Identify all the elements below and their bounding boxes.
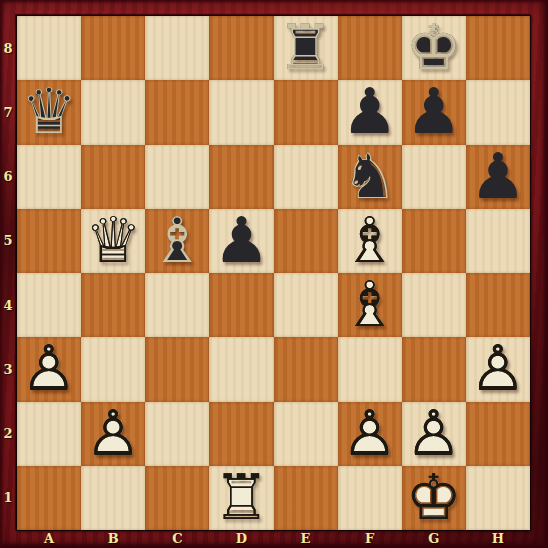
file-label-f: F bbox=[338, 530, 402, 547]
piece-white-pawn[interactable]: ♟♙ bbox=[466, 337, 530, 401]
square-f7[interactable]: ♟ bbox=[338, 80, 402, 144]
file-label-c: C bbox=[145, 530, 209, 547]
piece-black-bishop[interactable]: ♝♗ bbox=[145, 209, 209, 273]
rank-labels: 87654321 bbox=[0, 16, 16, 530]
square-d3[interactable] bbox=[209, 337, 273, 401]
piece-white-pawn[interactable]: ♟♙ bbox=[81, 402, 145, 466]
rank-label-7: 7 bbox=[0, 80, 16, 144]
white-pawn-outline-glyph: ♙ bbox=[406, 402, 462, 466]
square-c3[interactable] bbox=[145, 337, 209, 401]
black-pawn-glyph: ♟ bbox=[213, 209, 269, 273]
piece-black-pawn[interactable]: ♟ bbox=[466, 145, 530, 209]
square-h3[interactable]: ♟♙ bbox=[466, 337, 530, 401]
square-b7[interactable] bbox=[81, 80, 145, 144]
rank-label-5: 5 bbox=[0, 209, 16, 273]
square-h5[interactable] bbox=[466, 209, 530, 273]
file-label-d: D bbox=[209, 530, 273, 547]
square-e5[interactable] bbox=[274, 209, 338, 273]
piece-white-pawn[interactable]: ♟♙ bbox=[17, 337, 81, 401]
black-pawn-glyph: ♟ bbox=[406, 80, 462, 144]
black-queen-outline-glyph: ♕ bbox=[21, 80, 77, 144]
board-grid: ♜♖♚♔♛♕♟♟♞♘♟♛♕♝♗♟♝♗♝♗♟♙♟♙♟♙♟♙♟♙♜♖♚♔ bbox=[16, 15, 531, 531]
piece-black-pawn[interactable]: ♟ bbox=[402, 80, 466, 144]
square-d1[interactable]: ♜♖ bbox=[209, 466, 273, 530]
file-label-g: G bbox=[402, 530, 466, 547]
square-a5[interactable] bbox=[17, 209, 81, 273]
rank-label-8: 8 bbox=[0, 16, 16, 80]
square-e7[interactable] bbox=[274, 80, 338, 144]
square-c6[interactable] bbox=[145, 145, 209, 209]
square-h6[interactable]: ♟ bbox=[466, 145, 530, 209]
white-rook-outline-glyph: ♖ bbox=[213, 466, 269, 530]
square-a2[interactable] bbox=[17, 402, 81, 466]
square-d4[interactable] bbox=[209, 273, 273, 337]
square-d5[interactable]: ♟ bbox=[209, 209, 273, 273]
piece-black-knight[interactable]: ♞♘ bbox=[338, 145, 402, 209]
black-king-outline-glyph: ♔ bbox=[406, 16, 462, 80]
black-bishop-outline-glyph: ♗ bbox=[149, 209, 205, 273]
piece-white-pawn[interactable]: ♟♙ bbox=[402, 402, 466, 466]
square-f8[interactable] bbox=[338, 16, 402, 80]
rank-label-2: 2 bbox=[0, 402, 16, 466]
square-c8[interactable] bbox=[145, 16, 209, 80]
square-g8[interactable]: ♚♔ bbox=[402, 16, 466, 80]
white-king-outline-glyph: ♔ bbox=[406, 466, 462, 530]
square-b1[interactable] bbox=[81, 466, 145, 530]
square-d8[interactable] bbox=[209, 16, 273, 80]
square-d6[interactable] bbox=[209, 145, 273, 209]
square-b5[interactable]: ♛♕ bbox=[81, 209, 145, 273]
file-label-b: B bbox=[81, 530, 145, 547]
square-c5[interactable]: ♝♗ bbox=[145, 209, 209, 273]
square-h2[interactable] bbox=[466, 402, 530, 466]
square-a4[interactable] bbox=[17, 273, 81, 337]
white-bishop-outline-glyph: ♗ bbox=[341, 273, 397, 337]
white-bishop-outline-glyph: ♗ bbox=[341, 209, 397, 273]
piece-black-rook[interactable]: ♜♖ bbox=[274, 16, 338, 80]
chessboard-window: ♜♖♚♔♛♕♟♟♞♘♟♛♕♝♗♟♝♗♝♗♟♙♟♙♟♙♟♙♟♙♜♖♚♔ 87654… bbox=[0, 0, 548, 548]
piece-black-pawn[interactable]: ♟ bbox=[338, 80, 402, 144]
square-g2[interactable]: ♟♙ bbox=[402, 402, 466, 466]
square-c1[interactable] bbox=[145, 466, 209, 530]
rank-label-4: 4 bbox=[0, 273, 16, 337]
square-f4[interactable]: ♝♗ bbox=[338, 273, 402, 337]
piece-black-king[interactable]: ♚♔ bbox=[402, 16, 466, 80]
square-b2[interactable]: ♟♙ bbox=[81, 402, 145, 466]
square-b6[interactable] bbox=[81, 145, 145, 209]
square-c7[interactable] bbox=[145, 80, 209, 144]
square-c2[interactable] bbox=[145, 402, 209, 466]
piece-white-pawn[interactable]: ♟♙ bbox=[338, 402, 402, 466]
file-label-h: H bbox=[466, 530, 530, 547]
square-b4[interactable] bbox=[81, 273, 145, 337]
square-g3[interactable] bbox=[402, 337, 466, 401]
piece-black-queen[interactable]: ♛♕ bbox=[17, 80, 81, 144]
piece-white-bishop[interactable]: ♝♗ bbox=[338, 209, 402, 273]
square-e3[interactable] bbox=[274, 337, 338, 401]
square-f1[interactable] bbox=[338, 466, 402, 530]
black-knight-outline-glyph: ♘ bbox=[341, 145, 397, 209]
square-f2[interactable]: ♟♙ bbox=[338, 402, 402, 466]
piece-white-rook[interactable]: ♜♖ bbox=[209, 466, 273, 530]
square-a8[interactable] bbox=[17, 16, 81, 80]
white-pawn-outline-glyph: ♙ bbox=[21, 337, 77, 401]
piece-white-bishop[interactable]: ♝♗ bbox=[338, 273, 402, 337]
rank-label-1: 1 bbox=[0, 466, 16, 530]
square-g1[interactable]: ♚♔ bbox=[402, 466, 466, 530]
white-pawn-outline-glyph: ♙ bbox=[341, 402, 397, 466]
square-a7[interactable]: ♛♕ bbox=[17, 80, 81, 144]
square-b3[interactable] bbox=[81, 337, 145, 401]
piece-white-queen[interactable]: ♛♕ bbox=[81, 209, 145, 273]
square-d2[interactable] bbox=[209, 402, 273, 466]
square-e8[interactable]: ♜♖ bbox=[274, 16, 338, 80]
square-c4[interactable] bbox=[145, 273, 209, 337]
square-e4[interactable] bbox=[274, 273, 338, 337]
white-queen-outline-glyph: ♕ bbox=[85, 209, 141, 273]
square-a6[interactable] bbox=[17, 145, 81, 209]
square-g6[interactable] bbox=[402, 145, 466, 209]
black-pawn-glyph: ♟ bbox=[470, 145, 526, 209]
square-e6[interactable] bbox=[274, 145, 338, 209]
white-pawn-outline-glyph: ♙ bbox=[85, 402, 141, 466]
black-rook-outline-glyph: ♖ bbox=[277, 16, 333, 80]
piece-black-pawn[interactable]: ♟ bbox=[209, 209, 273, 273]
square-e2[interactable] bbox=[274, 402, 338, 466]
square-f3[interactable] bbox=[338, 337, 402, 401]
square-e1[interactable] bbox=[274, 466, 338, 530]
file-label-a: A bbox=[17, 530, 81, 547]
square-h1[interactable] bbox=[466, 466, 530, 530]
square-g5[interactable] bbox=[402, 209, 466, 273]
square-d7[interactable] bbox=[209, 80, 273, 144]
square-h7[interactable] bbox=[466, 80, 530, 144]
file-labels: ABCDEFGH bbox=[17, 530, 530, 547]
square-f5[interactable]: ♝♗ bbox=[338, 209, 402, 273]
white-pawn-outline-glyph: ♙ bbox=[470, 337, 526, 401]
square-h4[interactable] bbox=[466, 273, 530, 337]
file-label-e: E bbox=[274, 530, 338, 547]
square-b8[interactable] bbox=[81, 16, 145, 80]
black-pawn-glyph: ♟ bbox=[341, 80, 397, 144]
square-g7[interactable]: ♟ bbox=[402, 80, 466, 144]
square-h8[interactable] bbox=[466, 16, 530, 80]
square-f6[interactable]: ♞♘ bbox=[338, 145, 402, 209]
rank-label-6: 6 bbox=[0, 145, 16, 209]
rank-label-3: 3 bbox=[0, 337, 16, 401]
square-g4[interactable] bbox=[402, 273, 466, 337]
square-a3[interactable]: ♟♙ bbox=[17, 337, 81, 401]
square-a1[interactable] bbox=[17, 466, 81, 530]
piece-white-king[interactable]: ♚♔ bbox=[402, 466, 466, 530]
